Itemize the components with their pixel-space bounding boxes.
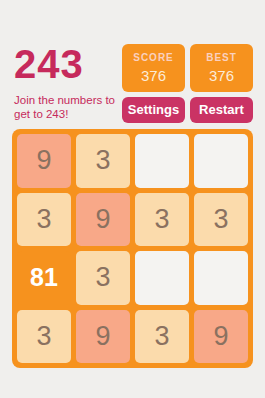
- tile-r2c0: 81: [17, 251, 71, 305]
- score-box: SCORE 376: [122, 44, 185, 92]
- game-board[interactable]: 9 3 3 9 3 3 81 3 3 9 3 9: [12, 129, 253, 368]
- best-box: BEST 376: [190, 44, 253, 92]
- tile-r2c1: 3: [76, 251, 130, 305]
- tile-r3c3: 9: [194, 310, 248, 364]
- best-value: 376: [190, 67, 253, 84]
- best-label: BEST: [190, 52, 253, 63]
- tile-r0c0: 9: [17, 134, 71, 188]
- tile-r2c2: [135, 251, 189, 305]
- tile-r0c1: 3: [76, 134, 130, 188]
- tile-r1c1: 9: [76, 193, 130, 247]
- tile-r3c2: 3: [135, 310, 189, 364]
- subtitle-line-2: get to 243!: [14, 108, 68, 120]
- subtitle-line-1: Join the numbers to: [14, 94, 115, 106]
- tile-r2c3: [194, 251, 248, 305]
- tile-r3c0: 3: [17, 310, 71, 364]
- restart-button[interactable]: Restart: [190, 97, 253, 123]
- tile-r3c1: 9: [76, 310, 130, 364]
- tile-r1c2: 3: [135, 193, 189, 247]
- tile-r1c0: 3: [17, 193, 71, 247]
- app-screen: 243 Join the numbers to get to 243! SCOR…: [0, 0, 265, 398]
- settings-button[interactable]: Settings: [122, 97, 185, 123]
- score-label: SCORE: [122, 52, 185, 63]
- tile-r0c3: [194, 134, 248, 188]
- score-value: 376: [122, 67, 185, 84]
- tile-r0c2: [135, 134, 189, 188]
- game-subtitle: Join the numbers to get to 243!: [14, 93, 119, 121]
- game-title: 243: [14, 44, 84, 84]
- tile-r1c3: 3: [194, 193, 248, 247]
